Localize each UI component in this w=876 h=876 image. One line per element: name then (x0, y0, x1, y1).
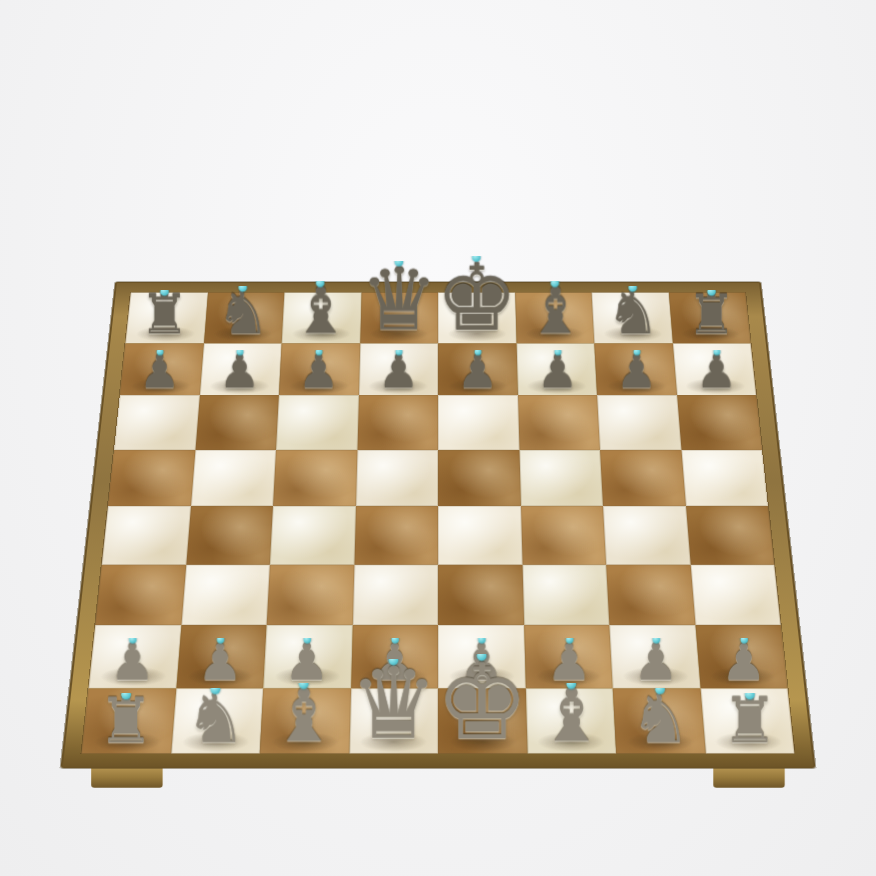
black-pawn-e7[interactable]: ♟ (457, 350, 498, 393)
square-a8[interactable]: ♜ (125, 293, 207, 344)
black-rook-a8[interactable]: ♜ (140, 290, 189, 341)
square-b7[interactable]: ♟ (199, 343, 281, 395)
black-pawn-a7[interactable]: ♟ (139, 350, 180, 393)
square-f7[interactable]: ♟ (516, 343, 597, 395)
white-rook-a1[interactable]: ♜ (98, 693, 154, 751)
turquoise-bead-icon (300, 680, 310, 690)
square-d6[interactable] (357, 395, 438, 449)
square-c8[interactable]: ♝ (282, 293, 362, 344)
turquoise-bead-icon (317, 279, 326, 288)
square-g6[interactable] (597, 395, 681, 449)
square-c1[interactable]: ♝ (260, 688, 351, 754)
black-bishop-c8[interactable]: ♝ (292, 281, 350, 340)
square-e4[interactable] (438, 506, 522, 564)
square-b3[interactable] (181, 564, 270, 625)
white-rook-h1[interactable]: ♜ (722, 693, 778, 751)
square-g3[interactable] (606, 564, 695, 625)
turquoise-bead-icon (239, 283, 248, 292)
square-g1[interactable]: ♞ (613, 688, 706, 754)
turquoise-bead-icon (129, 636, 136, 643)
square-h7[interactable]: ♟ (672, 343, 756, 395)
turquoise-bead-icon (745, 690, 755, 700)
turquoise-bead-icon (315, 348, 322, 355)
square-a4[interactable] (102, 506, 191, 564)
black-knight-b8[interactable]: ♞ (216, 286, 269, 341)
square-d3[interactable] (352, 564, 438, 625)
turquoise-bead-icon (216, 636, 223, 643)
white-pawn-a2[interactable]: ♟ (110, 638, 156, 685)
square-e1[interactable]: ♚ (438, 688, 527, 754)
white-pawn-g2[interactable]: ♟ (633, 638, 679, 685)
turquoise-bead-icon (554, 348, 561, 355)
turquoise-bead-icon (652, 636, 659, 643)
square-d7[interactable]: ♟ (358, 343, 438, 395)
square-f1[interactable]: ♝ (525, 688, 616, 754)
square-a1[interactable]: ♜ (82, 688, 176, 754)
square-a6[interactable] (114, 395, 199, 449)
square-e3[interactable] (438, 564, 524, 625)
square-g5[interactable] (600, 450, 686, 506)
white-pawn-b2[interactable]: ♟ (197, 638, 243, 685)
turquoise-bead-icon (160, 287, 169, 296)
black-bishop-f8[interactable]: ♝ (526, 281, 584, 340)
square-h5[interactable] (681, 450, 768, 506)
square-a7[interactable]: ♟ (120, 343, 204, 395)
turquoise-bead-icon (707, 287, 716, 296)
turquoise-bead-icon (713, 348, 720, 355)
white-queen-d1[interactable]: ♛ (349, 659, 438, 750)
square-g4[interactable] (603, 506, 690, 564)
turquoise-bead-icon (565, 636, 572, 643)
square-b4[interactable] (186, 506, 273, 564)
square-b1[interactable]: ♞ (171, 688, 264, 754)
square-h3[interactable] (690, 564, 781, 625)
board-frame: ♜♞♝♛♚♝♞♜♟♟♟♟♟♟♟♟♟♟♟♟♟♟♟♟♜♞♝♛♚♝♞♜ (60, 282, 815, 768)
chess-board: ♜♞♝♛♚♝♞♜♟♟♟♟♟♟♟♟♟♟♟♟♟♟♟♟♜♞♝♛♚♝♞♜ (80, 292, 795, 754)
turquoise-bead-icon (211, 685, 221, 695)
white-knight-g1[interactable]: ♞ (630, 688, 691, 751)
square-e5[interactable] (438, 450, 521, 506)
black-pawn-g7[interactable]: ♟ (616, 350, 657, 393)
square-f5[interactable] (519, 450, 603, 506)
square-f8[interactable]: ♝ (515, 293, 595, 344)
turquoise-bead-icon (303, 636, 310, 643)
square-a2[interactable]: ♟ (89, 625, 181, 688)
square-h4[interactable] (686, 506, 775, 564)
square-h6[interactable] (677, 395, 762, 449)
frame-foot-right (713, 765, 785, 788)
square-h8[interactable]: ♜ (668, 293, 750, 344)
white-knight-b1[interactable]: ♞ (185, 688, 246, 751)
square-b5[interactable] (191, 450, 277, 506)
square-e7[interactable]: ♟ (438, 343, 518, 395)
photo-background: ♜♞♝♛♚♝♞♜♟♟♟♟♟♟♟♟♟♟♟♟♟♟♟♟♜♞♝♛♚♝♞♜ (0, 0, 876, 876)
square-a3[interactable] (95, 564, 186, 625)
white-king-e1[interactable]: ♚ (436, 654, 530, 750)
square-d4[interactable] (354, 506, 438, 564)
white-bishop-f1[interactable]: ♝ (539, 683, 605, 750)
black-pawn-c7[interactable]: ♟ (298, 350, 339, 393)
square-f4[interactable] (521, 506, 607, 564)
black-rook-h8[interactable]: ♜ (687, 290, 736, 341)
turquoise-bead-icon (395, 258, 404, 267)
turquoise-bead-icon (633, 348, 640, 355)
square-d1[interactable]: ♛ (349, 688, 438, 754)
turquoise-bead-icon (629, 283, 638, 292)
white-pawn-h2[interactable]: ♟ (721, 638, 767, 685)
frame-foot-left (91, 765, 163, 788)
square-e6[interactable] (438, 395, 519, 449)
square-d5[interactable] (356, 450, 439, 506)
black-pawn-h7[interactable]: ♟ (695, 350, 736, 393)
turquoise-bead-icon (236, 348, 243, 355)
square-g8[interactable]: ♞ (592, 293, 673, 344)
square-c3[interactable] (267, 564, 354, 625)
square-b8[interactable]: ♞ (204, 293, 285, 344)
turquoise-bead-icon (474, 348, 481, 355)
square-d8[interactable]: ♛ (360, 293, 438, 344)
black-king-e8[interactable]: ♚ (436, 256, 518, 340)
turquoise-bead-icon (156, 348, 163, 355)
square-g7[interactable]: ♟ (594, 343, 676, 395)
black-queen-d8[interactable]: ♛ (360, 261, 438, 341)
turquoise-bead-icon (567, 680, 577, 690)
turquoise-bead-icon (389, 656, 399, 666)
square-f6[interactable] (518, 395, 600, 449)
black-knight-g8[interactable]: ♞ (606, 286, 659, 341)
square-h2[interactable]: ♟ (695, 625, 787, 688)
turquoise-bead-icon (122, 690, 132, 700)
square-c5[interactable] (273, 450, 357, 506)
square-a5[interactable] (108, 450, 195, 506)
square-f3[interactable] (522, 564, 609, 625)
black-pawn-d7[interactable]: ♟ (378, 350, 419, 393)
turquoise-bead-icon (395, 348, 402, 355)
white-bishop-c1[interactable]: ♝ (272, 683, 338, 750)
turquoise-bead-icon (391, 636, 398, 643)
square-e8[interactable]: ♚ (438, 293, 516, 344)
black-pawn-b7[interactable]: ♟ (219, 350, 260, 393)
turquoise-bead-icon (478, 651, 488, 661)
turquoise-bead-icon (551, 279, 560, 288)
square-c6[interactable] (276, 395, 358, 449)
board-scene: ♜♞♝♛♚♝♞♜♟♟♟♟♟♟♟♟♟♟♟♟♟♟♟♟♜♞♝♛♚♝♞♜ (90, 158, 786, 854)
square-c4[interactable] (270, 506, 356, 564)
square-c7[interactable]: ♟ (279, 343, 360, 395)
turquoise-bead-icon (740, 636, 747, 643)
black-pawn-f7[interactable]: ♟ (536, 350, 577, 393)
turquoise-bead-icon (656, 685, 666, 695)
square-b6[interactable] (195, 395, 279, 449)
square-h1[interactable]: ♜ (700, 688, 794, 754)
turquoise-bead-icon (473, 253, 482, 262)
